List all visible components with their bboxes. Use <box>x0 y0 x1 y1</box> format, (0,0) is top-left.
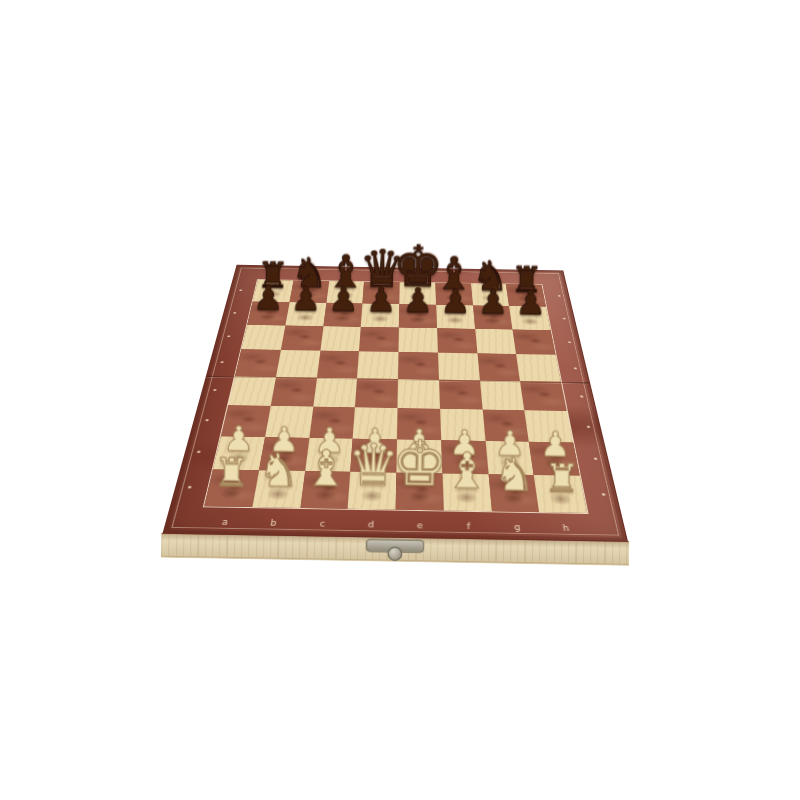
rank-dot-right-2 <box>562 317 565 319</box>
square-h6[interactable] <box>513 329 556 355</box>
latch-clasp[interactable] <box>366 539 424 553</box>
product-photo: abcdefgh ♜♞♝♛♚♝♞♜♟♟♟♟♟♟♟♟♟♟♟♟♟♟♟♟♜♞♝♛♚♝♞… <box>0 0 800 800</box>
rank-dot-left-3 <box>227 336 230 338</box>
square-g6[interactable] <box>475 329 517 355</box>
rank-dot-left-1 <box>239 289 242 291</box>
black-pawn-c7[interactable]: ♟ <box>328 283 359 317</box>
square-g1[interactable]: ♞ <box>488 474 539 512</box>
white-bishop-f1[interactable]: ♝ <box>444 446 489 496</box>
rank-dot-right-3 <box>568 342 571 344</box>
rank-dot-left-7 <box>196 451 200 454</box>
file-label-e: e <box>417 522 423 530</box>
board-border: abcdefgh ♜♞♝♛♚♝♞♜♟♟♟♟♟♟♟♟♟♟♟♟♟♟♟♟♜♞♝♛♚♝♞… <box>162 265 628 542</box>
square-h4[interactable] <box>520 381 567 411</box>
file-label-c: c <box>319 521 325 529</box>
square-e5[interactable] <box>398 352 439 380</box>
black-pawn-a7[interactable]: ♟ <box>253 281 284 315</box>
square-f1[interactable]: ♝ <box>442 474 491 512</box>
square-d5[interactable] <box>357 352 398 379</box>
square-b1[interactable]: ♞ <box>252 470 305 507</box>
file-label-f: f <box>467 523 471 531</box>
rank-dot-right-6 <box>586 425 590 427</box>
rank-dot-right-1 <box>557 295 560 297</box>
square-b4[interactable] <box>271 377 317 407</box>
square-d7[interactable]: ♟ <box>361 303 399 327</box>
black-pawn-h7[interactable]: ♟ <box>515 286 546 320</box>
square-e4[interactable] <box>397 379 439 409</box>
square-b6[interactable] <box>281 325 323 351</box>
rank-dot-right-8 <box>601 493 605 496</box>
file-label-a: a <box>221 519 229 527</box>
rank-dot-right-5 <box>579 395 583 397</box>
square-d1[interactable]: ♛ <box>348 472 397 510</box>
square-g5[interactable] <box>477 354 520 382</box>
white-rook-a1[interactable]: ♜ <box>214 452 250 492</box>
square-c6[interactable] <box>320 326 361 352</box>
black-pawn-f7[interactable]: ♟ <box>440 285 471 319</box>
rank-dot-left-6 <box>205 419 209 421</box>
square-b7[interactable]: ♟ <box>285 302 326 326</box>
square-h7[interactable]: ♟ <box>509 306 550 330</box>
white-knight-b1[interactable]: ♞ <box>258 446 300 493</box>
black-pawn-g7[interactable]: ♟ <box>477 285 508 319</box>
square-c5[interactable] <box>317 351 360 378</box>
square-d4[interactable] <box>355 378 398 408</box>
latch-knob-icon[interactable] <box>388 546 403 561</box>
rank-dot-right-7 <box>593 458 597 461</box>
square-a7[interactable]: ♟ <box>247 301 289 325</box>
rank-dot-left-2 <box>233 312 236 314</box>
square-f7[interactable]: ♟ <box>436 305 475 329</box>
square-a6[interactable] <box>241 325 285 351</box>
white-king-e1[interactable]: ♚ <box>392 432 449 495</box>
black-pawn-b7[interactable]: ♟ <box>290 282 321 316</box>
file-label-g: g <box>514 524 521 532</box>
rank-dot-left-4 <box>220 361 223 363</box>
square-h1[interactable]: ♜ <box>534 475 587 513</box>
black-pawn-e7[interactable]: ♟ <box>403 284 434 318</box>
square-f5[interactable] <box>438 353 480 381</box>
square-c1[interactable]: ♝ <box>300 471 351 509</box>
white-bishop-c1[interactable]: ♝ <box>303 443 348 493</box>
box-front-side <box>161 533 629 565</box>
square-g7[interactable]: ♟ <box>473 305 513 329</box>
square-d6[interactable] <box>359 327 399 353</box>
square-g4[interactable] <box>479 380 524 410</box>
square-c4[interactable] <box>313 378 357 408</box>
chess-set: abcdefgh ♜♞♝♛♚♝♞♜♟♟♟♟♟♟♟♟♟♟♟♟♟♟♟♟♜♞♝♛♚♝♞… <box>203 184 594 575</box>
file-letters-front: abcdefgh <box>199 517 592 536</box>
square-e1[interactable]: ♚ <box>396 473 444 511</box>
square-e6[interactable] <box>398 327 437 353</box>
square-f6[interactable] <box>437 328 477 354</box>
square-e7[interactable]: ♟ <box>399 304 437 328</box>
rank-dot-left-5 <box>213 389 217 391</box>
white-rook-h1[interactable]: ♜ <box>543 458 579 498</box>
rank-dot-right-4 <box>573 367 576 369</box>
rank-dot-left-8 <box>187 486 191 489</box>
square-a4[interactable] <box>228 376 276 405</box>
square-a5[interactable] <box>235 349 281 376</box>
square-h5[interactable] <box>516 354 561 382</box>
file-label-b: b <box>270 520 277 528</box>
square-f4[interactable] <box>439 380 482 410</box>
file-label-d: d <box>368 522 374 530</box>
file-label-h: h <box>562 525 569 533</box>
square-b5[interactable] <box>276 350 320 377</box>
square-a1[interactable]: ♜ <box>204 470 259 507</box>
black-pawn-d7[interactable]: ♟ <box>365 283 396 317</box>
chess-board-grid: ♜♞♝♛♚♝♞♜♟♟♟♟♟♟♟♟♟♟♟♟♟♟♟♟♜♞♝♛♚♝♞♜ <box>204 280 587 513</box>
white-knight-g1[interactable]: ♞ <box>493 450 535 497</box>
square-c7[interactable]: ♟ <box>323 303 363 327</box>
